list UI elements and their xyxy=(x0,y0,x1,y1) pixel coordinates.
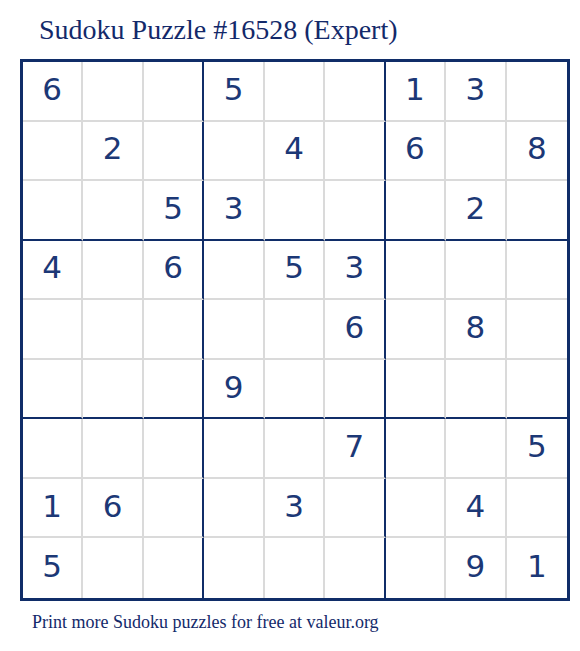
given-cell-r2c2[interactable]: 2 xyxy=(83,122,143,182)
given-cell-r8c8[interactable]: 4 xyxy=(446,479,506,539)
given-cell-r1c4[interactable]: 5 xyxy=(204,62,264,122)
cell-r3c6[interactable] xyxy=(325,181,385,241)
given-cell-r9c8[interactable]: 9 xyxy=(446,538,506,598)
cell-r3c9[interactable] xyxy=(507,181,567,241)
cell-r6c1[interactable] xyxy=(23,360,83,420)
cell-r5c1[interactable] xyxy=(23,300,83,360)
cell-r2c3[interactable] xyxy=(144,122,204,182)
cell-r3c2[interactable] xyxy=(83,181,143,241)
given-cell-r3c4[interactable]: 3 xyxy=(204,181,264,241)
cell-r2c8[interactable] xyxy=(446,122,506,182)
cell-r7c1[interactable] xyxy=(23,419,83,479)
cell-r7c4[interactable] xyxy=(204,419,264,479)
puzzle-title: Sudoku Puzzle #16528 (Expert) xyxy=(39,14,398,46)
cell-r9c3[interactable] xyxy=(144,538,204,598)
given-cell-r2c5[interactable]: 4 xyxy=(265,122,325,182)
cell-r3c5[interactable] xyxy=(265,181,325,241)
cell-r9c2[interactable] xyxy=(83,538,143,598)
given-cell-r4c5[interactable]: 5 xyxy=(265,241,325,301)
given-cell-r8c2[interactable]: 6 xyxy=(83,479,143,539)
cell-r5c9[interactable] xyxy=(507,300,567,360)
cell-r1c3[interactable] xyxy=(144,62,204,122)
given-cell-r2c9[interactable]: 8 xyxy=(507,122,567,182)
cell-r9c6[interactable] xyxy=(325,538,385,598)
cell-r5c4[interactable] xyxy=(204,300,264,360)
cell-r8c9[interactable] xyxy=(507,479,567,539)
cell-r2c6[interactable] xyxy=(325,122,385,182)
given-cell-r1c1[interactable]: 6 xyxy=(23,62,83,122)
cell-r8c4[interactable] xyxy=(204,479,264,539)
cell-r6c5[interactable] xyxy=(265,360,325,420)
cell-r6c2[interactable] xyxy=(83,360,143,420)
cell-r8c3[interactable] xyxy=(144,479,204,539)
cell-r7c3[interactable] xyxy=(144,419,204,479)
cell-r3c1[interactable] xyxy=(23,181,83,241)
cell-r1c5[interactable] xyxy=(265,62,325,122)
given-cell-r4c3[interactable]: 6 xyxy=(144,241,204,301)
given-cell-r8c1[interactable]: 1 xyxy=(23,479,83,539)
cell-r4c2[interactable] xyxy=(83,241,143,301)
given-cell-r5c8[interactable]: 8 xyxy=(446,300,506,360)
cell-r5c7[interactable] xyxy=(386,300,446,360)
cell-r5c5[interactable] xyxy=(265,300,325,360)
given-cell-r4c6[interactable]: 3 xyxy=(325,241,385,301)
cell-r1c6[interactable] xyxy=(325,62,385,122)
cell-r5c3[interactable] xyxy=(144,300,204,360)
cell-r2c4[interactable] xyxy=(204,122,264,182)
given-cell-r7c9[interactable]: 5 xyxy=(507,419,567,479)
given-cell-r8c5[interactable]: 3 xyxy=(265,479,325,539)
given-cell-r5c6[interactable]: 6 xyxy=(325,300,385,360)
footer-text: Print more Sudoku puzzles for free at va… xyxy=(32,612,379,633)
given-cell-r6c4[interactable]: 9 xyxy=(204,360,264,420)
cell-r6c3[interactable] xyxy=(144,360,204,420)
cell-r6c7[interactable] xyxy=(386,360,446,420)
cell-r4c4[interactable] xyxy=(204,241,264,301)
given-cell-r1c7[interactable]: 1 xyxy=(386,62,446,122)
cell-r7c5[interactable] xyxy=(265,419,325,479)
cell-r6c8[interactable] xyxy=(446,360,506,420)
cell-r7c7[interactable] xyxy=(386,419,446,479)
sudoku-board: 651324685324653689751634591 xyxy=(20,59,570,601)
cell-r9c5[interactable] xyxy=(265,538,325,598)
cell-r9c4[interactable] xyxy=(204,538,264,598)
cell-r1c2[interactable] xyxy=(83,62,143,122)
cell-r9c7[interactable] xyxy=(386,538,446,598)
cell-r1c9[interactable] xyxy=(507,62,567,122)
given-cell-r2c7[interactable]: 6 xyxy=(386,122,446,182)
cell-r4c8[interactable] xyxy=(446,241,506,301)
given-cell-r1c8[interactable]: 3 xyxy=(446,62,506,122)
cell-r8c6[interactable] xyxy=(325,479,385,539)
given-cell-r7c6[interactable]: 7 xyxy=(325,419,385,479)
cell-r2c1[interactable] xyxy=(23,122,83,182)
cell-r6c9[interactable] xyxy=(507,360,567,420)
cell-r4c7[interactable] xyxy=(386,241,446,301)
cell-r8c7[interactable] xyxy=(386,479,446,539)
cell-r6c6[interactable] xyxy=(325,360,385,420)
cell-r7c2[interactable] xyxy=(83,419,143,479)
given-cell-r9c9[interactable]: 1 xyxy=(507,538,567,598)
cell-r3c7[interactable] xyxy=(386,181,446,241)
cell-r4c9[interactable] xyxy=(507,241,567,301)
given-cell-r9c1[interactable]: 5 xyxy=(23,538,83,598)
cell-r7c8[interactable] xyxy=(446,419,506,479)
cell-r5c2[interactable] xyxy=(83,300,143,360)
given-cell-r3c8[interactable]: 2 xyxy=(446,181,506,241)
given-cell-r3c3[interactable]: 5 xyxy=(144,181,204,241)
given-cell-r4c1[interactable]: 4 xyxy=(23,241,83,301)
